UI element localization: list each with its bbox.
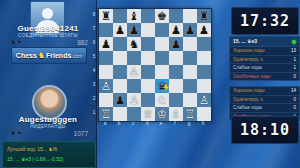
file-label-f: f [168, 121, 182, 126]
square-e3[interactable]: ♛ [155, 79, 169, 93]
chessfriends-logo[interactable]: Chess♞Friends.com [11, 47, 87, 64]
square-a7[interactable] [99, 23, 113, 37]
square-g6[interactable] [183, 37, 197, 51]
square-c5[interactable] [127, 51, 141, 65]
file-label-b: b [112, 121, 126, 126]
square-g8[interactable] [183, 9, 197, 23]
square-c1[interactable] [127, 107, 141, 121]
file-label-h: h [196, 121, 210, 126]
played-move-eval-text: 15. ... ♛e3 (-1.69→-0.52) [7, 156, 63, 162]
piece-black-pawn: ♟ [185, 23, 195, 37]
square-g3[interactable] [183, 79, 197, 93]
clock-top: 17:32 [231, 7, 299, 35]
square-g5[interactable] [183, 51, 197, 65]
piece-black-pawn: ♟ [129, 23, 139, 37]
file-label-d: d [140, 121, 154, 126]
best-move-text: Лучший ход: 15... ♞f6 [7, 146, 57, 152]
stat-row-good: Хорошие ходы 13 [230, 47, 299, 56]
rank-label-5: 5 [91, 54, 97, 59]
rank-label-6: 6 [91, 40, 97, 45]
piece-black-king: ♚ [157, 9, 167, 23]
stat-row-weak: Слабые ходы 0 [230, 104, 299, 113]
square-f5[interactable] [169, 51, 183, 65]
clock-bottom: 18:10 [231, 116, 299, 144]
piece-black-knight: ♞ [129, 37, 139, 51]
square-e6[interactable] [155, 37, 169, 51]
game-window: Guest39041241 СОЕДИНЕННЫЕ ШТАТЫ ♞★ 882 C… [0, 0, 300, 168]
square-h8[interactable]: ♜ [197, 9, 211, 23]
piece-black-pawn: ♟ [101, 37, 111, 51]
square-f6[interactable]: ♟ [169, 37, 183, 51]
stat-row-weak: Слабые ходы 1 [230, 64, 299, 73]
square-e2[interactable]: ♘ [155, 93, 169, 107]
piece-black-pawn: ♟ [171, 23, 181, 37]
piece-black-pawn: ♟ [199, 23, 209, 37]
square-d5[interactable] [141, 51, 155, 65]
piece-black-pawn: ♟ [115, 23, 125, 37]
square-h7[interactable]: ♟ [197, 23, 211, 37]
piece-black-pawn: ♟ [171, 37, 181, 51]
square-b1[interactable] [113, 107, 127, 121]
square-f1[interactable]: ♗ [169, 107, 183, 121]
square-h2[interactable]: ♙ [197, 93, 211, 107]
square-e5[interactable] [155, 51, 169, 65]
square-h4[interactable] [197, 65, 211, 79]
square-a6[interactable]: ♟ [99, 37, 113, 51]
stat-row-satisfactory: Удовлетвор. х. 0 [230, 96, 299, 105]
square-g4[interactable] [183, 65, 197, 79]
player-top-name: Guest39041241 [0, 24, 96, 33]
move-quality-table-top: 15. ... ♛e3 Хорошие ходы 13 Удовлетвор. … [229, 36, 300, 81]
square-e1[interactable]: ♔ [155, 107, 169, 121]
piece-white-rook: ♖ [185, 107, 195, 121]
square-h1[interactable] [197, 107, 211, 121]
green-status-dot [292, 40, 296, 44]
piece-black-pawn: ♟ [115, 93, 125, 107]
square-e8[interactable]: ♚ [155, 9, 169, 23]
square-d3[interactable] [141, 79, 155, 93]
square-d2[interactable] [141, 93, 155, 107]
square-g7[interactable]: ♟ [183, 23, 197, 37]
piece-black-rook: ♜ [199, 9, 209, 23]
square-a8[interactable]: ♜ [99, 9, 113, 23]
analysis-panel: Лучший ход: 15... ♞f6 15. ... ♛e3 (-1.69… [2, 141, 96, 168]
player-bottom-badge-row: ♞★ 1077 [10, 129, 88, 137]
piece-white-pawn: ♙ [129, 93, 139, 107]
square-c8[interactable]: ♝ [127, 9, 141, 23]
file-label-e: e [154, 121, 168, 126]
player-bottom-name: Augestugggen [0, 115, 96, 124]
square-b3[interactable] [113, 79, 127, 93]
player-top-rating: 882 [77, 39, 88, 46]
rank-label-3: 3 [91, 82, 97, 87]
piece-white-pawn: ♙ [199, 93, 209, 107]
player-top-badge-row: ♞★ 882 [10, 38, 88, 46]
knight-badge-icon: ♞★ [10, 38, 23, 46]
square-c3[interactable] [127, 79, 141, 93]
square-d4[interactable] [141, 65, 155, 79]
player-sidebar: Guest39041241 СОЕДИНЕННЫЕ ШТАТЫ ♞★ 882 C… [0, 0, 97, 168]
stat-row-satisfactory: Удовлетвор. х. 1 [230, 56, 299, 65]
square-f3[interactable] [169, 79, 183, 93]
square-b4[interactable] [113, 65, 127, 79]
square-f7[interactable]: ♟ [169, 23, 183, 37]
rank-label-1: 1 [91, 110, 97, 115]
rank-label-7: 7 [91, 26, 97, 31]
knight-badge-icon: ♞★ [10, 129, 23, 137]
square-e4[interactable] [155, 65, 169, 79]
square-b6[interactable] [113, 37, 127, 51]
piece-white-king: ♔ [157, 107, 167, 121]
piece-white-rook: ♖ [101, 107, 111, 121]
square-d7[interactable] [141, 23, 155, 37]
square-f2[interactable] [169, 93, 183, 107]
square-e7[interactable] [155, 23, 169, 37]
square-d8[interactable] [141, 9, 155, 23]
square-b8[interactable] [113, 9, 127, 23]
square-f4[interactable] [169, 65, 183, 79]
file-label-c: c [126, 121, 140, 126]
stat-row-mistakes: Ошибочные ходы 0 [230, 73, 299, 81]
piece-white-pawn: ♙ [101, 79, 111, 93]
rank-label-8: 8 [91, 12, 97, 17]
square-a3[interactable]: ♙ [99, 79, 113, 93]
player-bottom-rating: 1077 [74, 130, 88, 137]
square-a2[interactable] [99, 93, 113, 107]
square-b5[interactable] [113, 51, 127, 65]
avatar-silhouette-icon [42, 8, 53, 19]
square-b7[interactable]: ♟ [113, 23, 127, 37]
square-h5[interactable] [197, 51, 211, 65]
rank-label-2: 2 [91, 96, 97, 101]
square-a1[interactable]: ♖ [99, 107, 113, 121]
square-g2[interactable] [183, 93, 197, 107]
stat-row-good: Хорошие ходы 14 [230, 87, 299, 96]
square-d1[interactable]: ♕ [141, 107, 155, 121]
piece-white-pawn: ♙ [129, 65, 139, 79]
piece-white-bishop: ♗ [171, 107, 181, 121]
square-c7[interactable]: ♟ [127, 23, 141, 37]
square-a5[interactable] [99, 51, 113, 65]
square-c2[interactable]: ♙ [127, 93, 141, 107]
square-c4[interactable]: ♙ [127, 65, 141, 79]
file-label-g: g [182, 121, 196, 126]
square-f8[interactable] [169, 9, 183, 23]
square-a4[interactable] [99, 65, 113, 79]
piece-white-queen: ♕ [143, 107, 153, 121]
piece-black-bishop: ♝ [129, 9, 139, 23]
piece-white-knight: ♘ [157, 93, 167, 107]
square-g1[interactable]: ♖ [183, 107, 197, 121]
chess-board[interactable]: ♜♝♚♜♟♟♟♟♟♟♞♟♙♙♛♟♙♘♙♖♕♔♗♖ [98, 8, 212, 122]
square-c6[interactable]: ♞ [127, 37, 141, 51]
rank-label-4: 4 [91, 68, 97, 73]
piece-black-rook: ♜ [101, 9, 111, 23]
square-b2[interactable]: ♟ [113, 93, 127, 107]
file-label-a: a [98, 121, 112, 126]
square-h3[interactable] [197, 79, 211, 93]
logo-knight-icon: ♞ [38, 51, 45, 60]
square-d6[interactable] [141, 37, 155, 51]
square-h6[interactable] [197, 37, 211, 51]
last-move-header: 15. ... ♛e3 [230, 37, 299, 47]
